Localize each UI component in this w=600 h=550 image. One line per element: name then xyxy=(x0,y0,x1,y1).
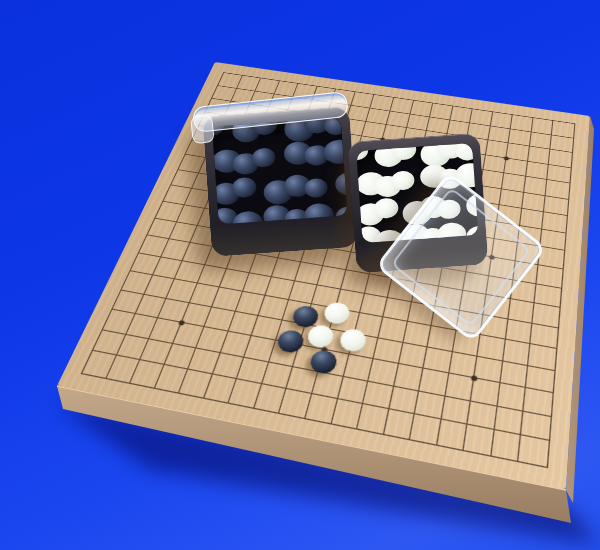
black-bowl-stone xyxy=(324,118,348,136)
grid-cell xyxy=(437,420,468,450)
white-bowl-stone xyxy=(391,170,415,190)
white-bowl-stone xyxy=(455,143,479,161)
grid-cell xyxy=(491,431,521,461)
grid-cell xyxy=(410,415,441,445)
black-bowl-opening xyxy=(212,118,348,225)
grid-cell xyxy=(519,436,549,467)
black-bowl-stone xyxy=(304,178,328,198)
black-bowl-stone xyxy=(335,205,348,224)
black-bowl-stone xyxy=(232,177,257,198)
white-bowl-stone xyxy=(391,143,417,160)
black-bowl-stone xyxy=(232,210,264,224)
go-set-product-photo xyxy=(0,0,600,550)
black-bowl-stone xyxy=(303,202,334,224)
black-bowl-stone xyxy=(252,147,276,167)
white-bowl-stone xyxy=(356,143,369,161)
black-bowl-stone xyxy=(335,172,348,197)
grid-cell xyxy=(464,425,494,455)
